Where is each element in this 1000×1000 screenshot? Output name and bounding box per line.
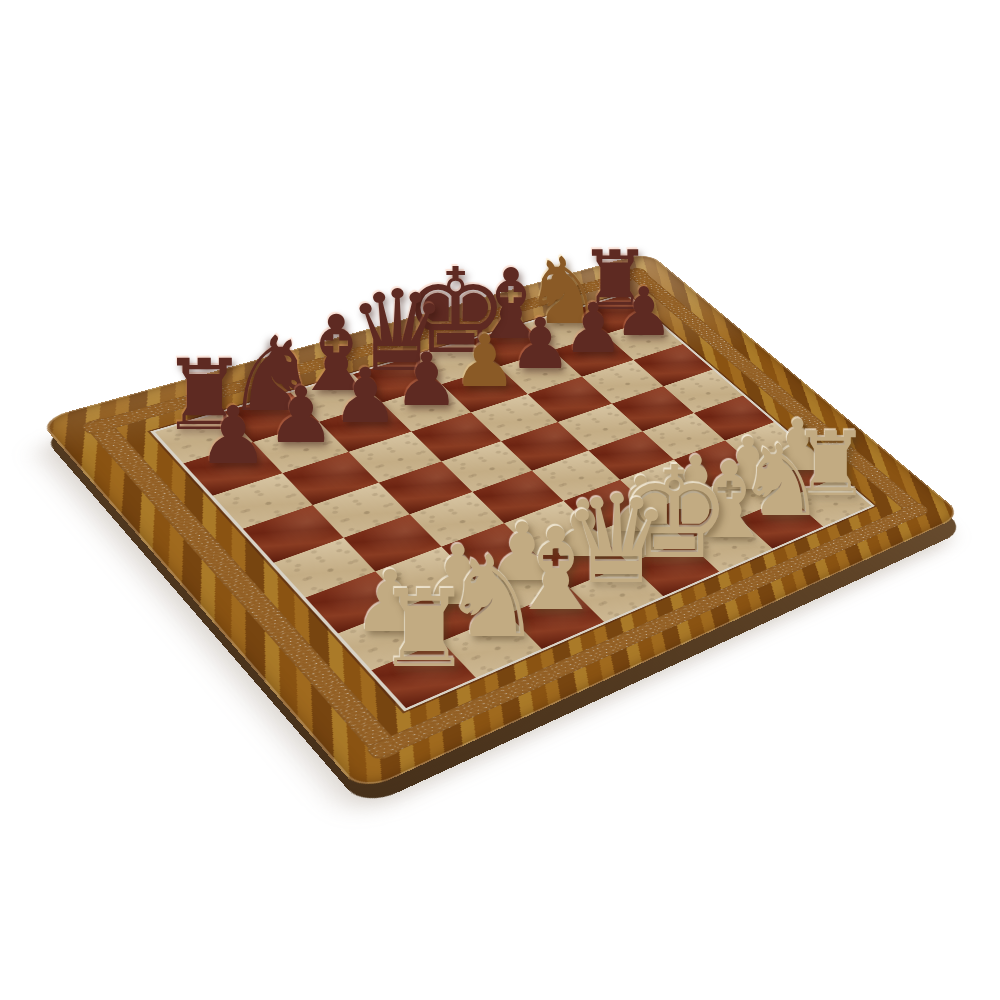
chess-board: [38, 252, 963, 793]
product-photo-scene: ♜♞♝♚♛♝♞♜♟♟♟♟♟♟♟♟♟♟♟♟♟♟♟♟♜♞♝♚♛♝♞♜: [0, 0, 1000, 1000]
